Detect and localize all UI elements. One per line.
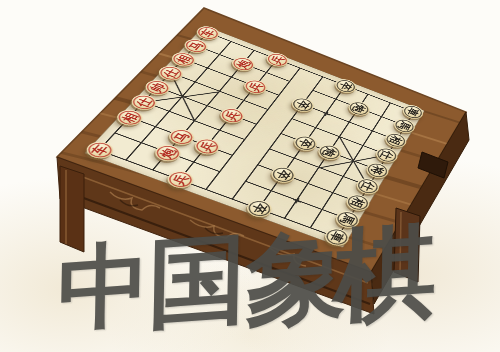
piece-glyph: 仕 xyxy=(134,96,154,108)
piece-glyph: 兵 xyxy=(223,110,241,122)
table-leg-left xyxy=(60,166,84,252)
piece-glyph: 相 xyxy=(174,54,192,65)
piece-glyph: 兵 xyxy=(170,173,190,186)
piece-glyph: 相 xyxy=(388,134,404,146)
piece-glyph: 炮 xyxy=(351,103,367,114)
piece-glyph: 馬 xyxy=(339,213,357,226)
piece-glyph: 卒 xyxy=(297,137,314,149)
piece-glyph: 馬 xyxy=(397,120,413,131)
scene: 车马相仕帅仕相车炮马炮兵兵兵兵兵卒卒卒卒卒炮炮車馬相仕将仕相馬車 中 国 象 棋 xyxy=(0,0,500,352)
piece-glyph: 仕 xyxy=(359,180,376,193)
piece-glyph: 仕 xyxy=(161,67,180,79)
piece-glyph: 车 xyxy=(89,143,110,156)
piece-glyph: 兵 xyxy=(269,54,286,65)
piece-glyph: 卒 xyxy=(250,202,269,216)
piece-glyph: 炮 xyxy=(158,147,178,160)
piece-glyph: 将 xyxy=(369,164,386,176)
piece-glyph: 马 xyxy=(172,131,192,144)
table-leg-right xyxy=(394,208,420,282)
piece-glyph: 帅 xyxy=(148,82,167,94)
piece-glyph: 仕 xyxy=(379,149,395,161)
piece-glyph: 炮 xyxy=(321,146,338,158)
piece-glyph: 炮 xyxy=(235,58,252,69)
piece-glyph: 相 xyxy=(349,196,366,209)
piece-glyph: 兵 xyxy=(247,81,265,93)
piece-glyph: 車 xyxy=(328,230,346,244)
piece-glyph: 车 xyxy=(199,28,217,39)
piece-glyph: 卒 xyxy=(338,81,354,92)
piece-glyph: 马 xyxy=(187,40,205,51)
piece-glyph: 車 xyxy=(405,106,420,117)
piece-glyph: 卒 xyxy=(274,168,292,181)
piece-glyph: 相 xyxy=(120,111,140,124)
piece-glyph: 兵 xyxy=(198,140,217,153)
piece-glyph: 卒 xyxy=(294,99,311,111)
